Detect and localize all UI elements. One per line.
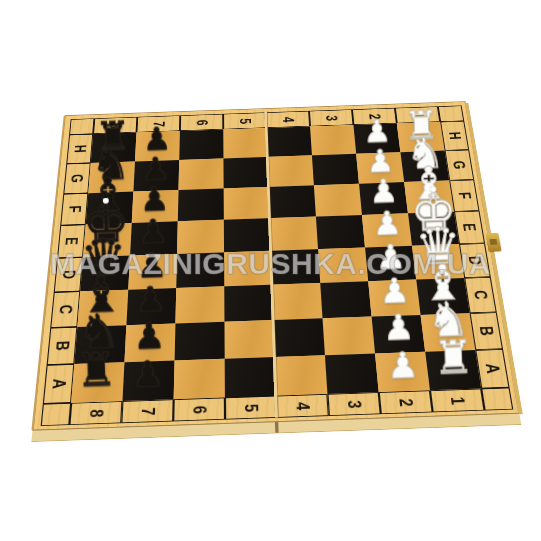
coordinate-label: B: [53, 341, 72, 351]
coordinate-label: 3: [323, 115, 339, 121]
rank-label-top-6: 6: [180, 114, 223, 131]
black-king-finial: [102, 197, 108, 203]
square-a6: [174, 359, 225, 399]
coordinate-label: F: [455, 192, 473, 199]
piece-black-pawn-c7: ♟: [126, 282, 176, 318]
coordinate-label: 6: [190, 405, 209, 414]
square-h3: [310, 125, 356, 155]
coordinate-label: G: [451, 161, 469, 170]
square-a8: ♜: [71, 362, 124, 403]
rank-label-bottom-5: 5: [225, 396, 277, 420]
square-c5: [224, 285, 273, 322]
coordinate-label: 5: [241, 403, 260, 412]
white-king-finial: [430, 186, 436, 192]
square-f6: [178, 188, 224, 221]
coordinate-label: 4: [293, 401, 312, 410]
piece-black-pawn-b7: ♟: [124, 317, 175, 354]
square-e3: [316, 215, 365, 249]
square-a1: ♜: [425, 350, 481, 390]
coordinate-label: 4: [280, 116, 296, 122]
square-b3: [323, 317, 376, 356]
frame-corner: [41, 403, 72, 426]
coordinate-label: G: [69, 174, 86, 183]
square-g3: [312, 154, 359, 186]
photo-background: 87654321H♜♟♟♜HG♞♟♟♞GF♝♟♟♝FE♚♟♟♚ED♛♟♟♛DC♝…: [0, 0, 541, 541]
frame-corner: [481, 388, 513, 411]
square-g5: [223, 157, 268, 189]
coordinate-label: B: [476, 326, 495, 336]
piece-white-pawn-a2: ♟: [377, 346, 429, 384]
rank-label-bottom-3: 3: [327, 392, 380, 416]
square-h4: [267, 126, 312, 156]
coordinate-label: F: [66, 205, 83, 213]
coordinate-label: C: [471, 290, 490, 300]
rank-label-bottom-1: 1: [430, 389, 485, 413]
square-c4: [272, 283, 322, 320]
piece-black-rook-a8: ♜: [70, 347, 123, 394]
square-f4: [269, 185, 316, 218]
file-label-right-a: A: [475, 349, 509, 388]
rank-label-top-4: 4: [266, 111, 310, 128]
square-c3: [320, 281, 371, 318]
rank-label-bottom-4: 4: [276, 394, 329, 418]
square-b6: [175, 322, 225, 361]
square-a5: [225, 357, 276, 397]
square-a4: [275, 355, 328, 395]
fold-seam-edge: [275, 422, 279, 433]
coordinate-label: 8: [86, 409, 105, 418]
coordinate-label: C: [56, 304, 74, 314]
square-b5: [224, 320, 274, 359]
square-e4: [270, 216, 318, 250]
rank-label-top-3: 3: [309, 109, 353, 126]
square-h5: [223, 128, 267, 158]
coordinate-label: 5: [237, 118, 253, 124]
file-label-left-a: A: [43, 364, 75, 404]
coordinate-label: E: [460, 223, 478, 231]
coordinate-label: 2: [396, 398, 416, 407]
rank-label-bottom-6: 6: [173, 397, 225, 421]
square-b4: [273, 318, 324, 357]
watermark-text: MAGAZINIGRUSHKA.COM.UA: [50, 247, 491, 281]
piece-white-rook-a1: ♜: [427, 335, 480, 382]
piece-black-pawn-e7: ♟: [129, 214, 177, 248]
coordinate-label: H: [72, 145, 89, 153]
square-a7: ♟: [122, 361, 174, 402]
coordinate-label: E: [63, 237, 81, 245]
square-a3: [325, 354, 379, 394]
square-a2: ♟: [375, 352, 430, 392]
rank-label-bottom-7: 7: [121, 399, 173, 423]
square-g4: [268, 155, 314, 187]
rank-label-top-5: 5: [223, 112, 266, 129]
square-f5: [224, 187, 270, 220]
coordinate-label: 7: [138, 407, 157, 416]
coordinate-label: 1: [447, 396, 467, 405]
coordinate-label: A: [49, 378, 68, 389]
coordinate-label: 6: [194, 119, 210, 125]
rank-label-bottom-8: 8: [69, 401, 122, 425]
square-g6: [179, 158, 224, 190]
piece-white-pawn-b2: ♟: [373, 309, 424, 346]
coordinate-label: 3: [344, 400, 363, 409]
coordinate-label: H: [446, 132, 463, 140]
square-f3: [314, 184, 362, 217]
square-h6: [179, 129, 223, 159]
piece-black-pawn-a7: ♟: [122, 355, 174, 393]
square-c6: [175, 286, 224, 323]
rank-label-bottom-2: 2: [379, 390, 433, 414]
coordinate-label: A: [482, 363, 502, 374]
